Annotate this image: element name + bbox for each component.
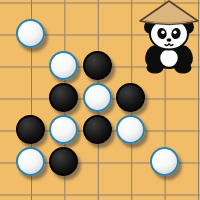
panda-mascot-icon [138, 0, 200, 74]
black-stone [116, 83, 145, 112]
black-stone [83, 115, 112, 144]
black-stone [49, 83, 78, 112]
panda-belly [160, 49, 179, 68]
black-stone [16, 115, 45, 144]
panda-nose [167, 38, 172, 42]
panda-pupil-right [173, 31, 176, 34]
white-stone [116, 115, 145, 144]
black-stone [49, 147, 78, 176]
white-stone [16, 147, 45, 176]
white-stone [49, 51, 78, 80]
white-stone [49, 115, 78, 144]
gomoku-app-screen [0, 0, 200, 200]
panda-pupil-left [161, 31, 164, 34]
white-stone [83, 83, 112, 112]
white-stone [150, 147, 179, 176]
white-stone [16, 19, 45, 48]
black-stone [83, 51, 112, 80]
